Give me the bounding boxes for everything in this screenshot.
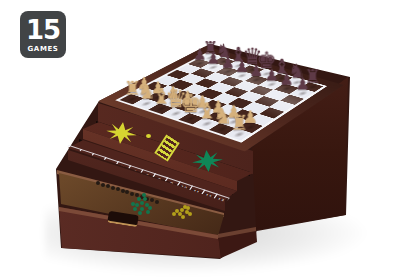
badge-label: GAMES (28, 45, 59, 53)
piece-black-pawn-h7: ♟ (288, 74, 316, 93)
product-photo-page: { "meta": { "description": "Product phot… (0, 0, 416, 277)
badge-count: 15 (26, 17, 60, 43)
piece-white-rook-h1: ♜ (224, 110, 254, 134)
games-count-badge: 15 GAMES (20, 11, 66, 58)
chess-board-plane: ♜♞♝♛♚♝♞♜♟♟♟♟♟♟♟♟♟♟♟♟♟♟♟♟♜♞♝♛♚♝♞♜ (98, 46, 344, 151)
